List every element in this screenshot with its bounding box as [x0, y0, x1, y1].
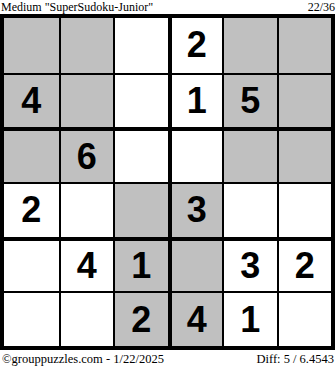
cell-r5c1[interactable]	[4, 237, 59, 292]
cell-r5c4[interactable]	[168, 237, 223, 292]
cell-r6c6[interactable]	[277, 291, 332, 346]
cell-r1c4[interactable]: 2	[168, 18, 223, 73]
cell-r3c4[interactable]	[168, 127, 223, 182]
cell-r6c3[interactable]: 2	[113, 291, 168, 346]
copyright-text: ©grouppuzzles.com - 1/22/2025	[2, 352, 164, 367]
cell-r3c6[interactable]	[277, 127, 332, 182]
cell-r3c2[interactable]: 6	[59, 127, 114, 182]
cell-r3c1[interactable]	[4, 127, 59, 182]
cell-r4c2[interactable]	[59, 182, 114, 237]
cell-r5c2[interactable]: 4	[59, 237, 114, 292]
cell-r4c3[interactable]	[113, 182, 168, 237]
cell-r2c1[interactable]: 4	[4, 73, 59, 128]
cell-r2c3[interactable]	[113, 73, 168, 128]
header: Medium "SuperSudoku-Junior" 22/36	[0, 0, 336, 14]
cell-r2c6[interactable]	[277, 73, 332, 128]
cell-r6c1[interactable]	[4, 291, 59, 346]
cell-r1c6[interactable]	[277, 18, 332, 73]
puzzle-progress: 22/36	[308, 1, 335, 14]
cell-r4c4[interactable]: 3	[168, 182, 223, 237]
cell-r6c5[interactable]: 1	[222, 291, 277, 346]
cell-r4c5[interactable]	[222, 182, 277, 237]
cell-r2c2[interactable]	[59, 73, 114, 128]
page-title: Medium "SuperSudoku-Junior"	[1, 1, 153, 14]
cell-r2c4[interactable]: 1	[168, 73, 223, 128]
cell-r4c6[interactable]	[277, 182, 332, 237]
cell-r1c5[interactable]	[222, 18, 277, 73]
cell-r6c2[interactable]	[59, 291, 114, 346]
sudoku-board: 24156234132241	[0, 14, 335, 350]
cell-r1c2[interactable]	[59, 18, 114, 73]
cell-r4c1[interactable]: 2	[4, 182, 59, 237]
cell-r5c5[interactable]: 3	[222, 237, 277, 292]
cell-r2c5[interactable]: 5	[222, 73, 277, 128]
cell-r5c6[interactable]: 2	[277, 237, 332, 292]
cell-r1c3[interactable]	[113, 18, 168, 73]
cell-r6c4[interactable]: 4	[168, 291, 223, 346]
cell-r3c5[interactable]	[222, 127, 277, 182]
cell-r5c3[interactable]: 1	[113, 237, 168, 292]
difficulty-text: Diff: 5 / 6.4543	[256, 352, 334, 367]
footer: ©grouppuzzles.com - 1/22/2025 Diff: 5 / …	[0, 350, 336, 370]
cell-r1c1[interactable]	[4, 18, 59, 73]
cell-r3c3[interactable]	[113, 127, 168, 182]
puzzle-page: Medium "SuperSudoku-Junior" 22/36 241562…	[0, 0, 336, 370]
